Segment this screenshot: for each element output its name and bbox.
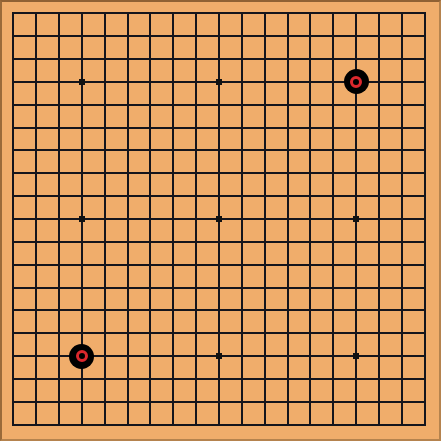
- intersection-h6[interactable]: [162, 299, 185, 322]
- intersection-n12[interactable]: [276, 162, 299, 185]
- intersection-p12[interactable]: [322, 162, 345, 185]
- intersection-q2[interactable]: [345, 390, 368, 413]
- intersection-g7[interactable]: [139, 276, 162, 299]
- intersection-t19[interactable]: [413, 2, 436, 25]
- intersection-b3[interactable]: [25, 367, 48, 390]
- intersection-n9[interactable]: [276, 230, 299, 253]
- intersection-o19[interactable]: [299, 2, 322, 25]
- intersection-k12[interactable]: [208, 162, 231, 185]
- intersection-n17[interactable]: [276, 48, 299, 71]
- intersection-q18[interactable]: [345, 25, 368, 48]
- intersection-t8[interactable]: [413, 253, 436, 276]
- intersection-j1[interactable]: [185, 413, 208, 436]
- intersection-p16[interactable]: [322, 71, 345, 94]
- intersection-p8[interactable]: [322, 253, 345, 276]
- intersection-g18[interactable]: [139, 25, 162, 48]
- intersection-a1[interactable]: [2, 413, 25, 436]
- intersection-r2[interactable]: [367, 390, 390, 413]
- intersection-p4[interactable]: [322, 345, 345, 368]
- intersection-g8[interactable]: [139, 253, 162, 276]
- intersection-s4[interactable]: [390, 345, 413, 368]
- intersection-p9[interactable]: [322, 230, 345, 253]
- intersection-p1[interactable]: [322, 413, 345, 436]
- intersection-a13[interactable]: [2, 139, 25, 162]
- intersection-f10[interactable]: [116, 208, 139, 231]
- intersection-d3[interactable]: [71, 367, 94, 390]
- intersection-k19[interactable]: [208, 2, 231, 25]
- intersection-j11[interactable]: [185, 185, 208, 208]
- intersection-p13[interactable]: [322, 139, 345, 162]
- intersection-s14[interactable]: [390, 116, 413, 139]
- intersection-l19[interactable]: [230, 2, 253, 25]
- intersection-l10[interactable]: [230, 208, 253, 231]
- intersection-r9[interactable]: [367, 230, 390, 253]
- intersection-l7[interactable]: [230, 276, 253, 299]
- intersection-j3[interactable]: [185, 367, 208, 390]
- intersection-l13[interactable]: [230, 139, 253, 162]
- intersection-t14[interactable]: [413, 116, 436, 139]
- intersection-j5[interactable]: [185, 322, 208, 345]
- intersection-a6[interactable]: [2, 299, 25, 322]
- intersection-d8[interactable]: [71, 253, 94, 276]
- intersection-j18[interactable]: [185, 25, 208, 48]
- intersection-k13[interactable]: [208, 139, 231, 162]
- intersection-j6[interactable]: [185, 299, 208, 322]
- intersection-k3[interactable]: [208, 367, 231, 390]
- intersection-g5[interactable]: [139, 322, 162, 345]
- intersection-d17[interactable]: [71, 48, 94, 71]
- intersection-d9[interactable]: [71, 230, 94, 253]
- intersection-f9[interactable]: [116, 230, 139, 253]
- intersection-m3[interactable]: [253, 367, 276, 390]
- intersection-m16[interactable]: [253, 71, 276, 94]
- intersection-a16[interactable]: [2, 71, 25, 94]
- intersection-r15[interactable]: [367, 93, 390, 116]
- intersection-c14[interactable]: [48, 116, 71, 139]
- intersection-l2[interactable]: [230, 390, 253, 413]
- intersection-m2[interactable]: [253, 390, 276, 413]
- intersection-m10[interactable]: [253, 208, 276, 231]
- intersection-f6[interactable]: [116, 299, 139, 322]
- intersection-p17[interactable]: [322, 48, 345, 71]
- intersection-h2[interactable]: [162, 390, 185, 413]
- intersection-f2[interactable]: [116, 390, 139, 413]
- intersection-a11[interactable]: [2, 185, 25, 208]
- intersection-o4[interactable]: [299, 345, 322, 368]
- intersection-g13[interactable]: [139, 139, 162, 162]
- intersection-r8[interactable]: [367, 253, 390, 276]
- intersection-q16[interactable]: ●: [345, 71, 368, 94]
- intersection-k11[interactable]: [208, 185, 231, 208]
- intersection-o9[interactable]: [299, 230, 322, 253]
- intersection-s16[interactable]: [390, 71, 413, 94]
- intersection-b6[interactable]: [25, 299, 48, 322]
- intersection-s3[interactable]: [390, 367, 413, 390]
- intersection-s17[interactable]: [390, 48, 413, 71]
- intersection-k4[interactable]: [208, 345, 231, 368]
- intersection-g12[interactable]: [139, 162, 162, 185]
- intersection-c13[interactable]: [48, 139, 71, 162]
- intersection-e14[interactable]: [93, 116, 116, 139]
- intersection-d1[interactable]: [71, 413, 94, 436]
- intersection-g16[interactable]: [139, 71, 162, 94]
- intersection-h17[interactable]: [162, 48, 185, 71]
- intersection-h16[interactable]: [162, 71, 185, 94]
- intersection-b17[interactable]: [25, 48, 48, 71]
- intersection-p7[interactable]: [322, 276, 345, 299]
- intersection-l9[interactable]: [230, 230, 253, 253]
- intersection-e13[interactable]: [93, 139, 116, 162]
- intersection-c3[interactable]: [48, 367, 71, 390]
- intersection-n4[interactable]: [276, 345, 299, 368]
- intersection-o7[interactable]: [299, 276, 322, 299]
- intersection-d19[interactable]: [71, 2, 94, 25]
- intersection-n6[interactable]: [276, 299, 299, 322]
- intersection-n10[interactable]: [276, 208, 299, 231]
- intersection-c18[interactable]: [48, 25, 71, 48]
- intersection-f15[interactable]: [116, 93, 139, 116]
- intersection-a18[interactable]: [2, 25, 25, 48]
- intersection-l8[interactable]: [230, 253, 253, 276]
- intersection-o2[interactable]: [299, 390, 322, 413]
- intersection-l12[interactable]: [230, 162, 253, 185]
- intersection-n18[interactable]: [276, 25, 299, 48]
- intersection-s13[interactable]: [390, 139, 413, 162]
- intersection-d7[interactable]: [71, 276, 94, 299]
- intersection-k10[interactable]: [208, 208, 231, 231]
- intersection-n11[interactable]: [276, 185, 299, 208]
- intersection-a9[interactable]: [2, 230, 25, 253]
- intersection-c9[interactable]: [48, 230, 71, 253]
- intersection-h7[interactable]: [162, 276, 185, 299]
- intersection-e17[interactable]: [93, 48, 116, 71]
- intersection-m14[interactable]: [253, 116, 276, 139]
- intersection-l16[interactable]: [230, 71, 253, 94]
- intersection-k18[interactable]: [208, 25, 231, 48]
- intersection-j13[interactable]: [185, 139, 208, 162]
- intersection-q14[interactable]: [345, 116, 368, 139]
- intersection-h4[interactable]: [162, 345, 185, 368]
- intersection-b14[interactable]: [25, 116, 48, 139]
- intersection-r7[interactable]: [367, 276, 390, 299]
- intersection-o13[interactable]: [299, 139, 322, 162]
- intersection-q4[interactable]: [345, 345, 368, 368]
- intersection-d6[interactable]: [71, 299, 94, 322]
- intersection-e3[interactable]: [93, 367, 116, 390]
- intersection-t17[interactable]: [413, 48, 436, 71]
- intersection-t12[interactable]: [413, 162, 436, 185]
- intersection-h5[interactable]: [162, 322, 185, 345]
- intersection-e18[interactable]: [93, 25, 116, 48]
- intersection-m9[interactable]: [253, 230, 276, 253]
- intersection-t3[interactable]: [413, 367, 436, 390]
- intersection-r11[interactable]: [367, 185, 390, 208]
- intersection-c10[interactable]: [48, 208, 71, 231]
- intersection-f1[interactable]: [116, 413, 139, 436]
- intersection-o8[interactable]: [299, 253, 322, 276]
- intersection-l1[interactable]: [230, 413, 253, 436]
- intersection-e11[interactable]: [93, 185, 116, 208]
- intersection-a5[interactable]: [2, 322, 25, 345]
- intersection-q5[interactable]: [345, 322, 368, 345]
- intersection-e4[interactable]: [93, 345, 116, 368]
- intersection-s2[interactable]: [390, 390, 413, 413]
- intersection-o3[interactable]: [299, 367, 322, 390]
- intersection-s15[interactable]: [390, 93, 413, 116]
- intersection-o11[interactable]: [299, 185, 322, 208]
- intersection-t13[interactable]: [413, 139, 436, 162]
- intersection-b1[interactable]: [25, 413, 48, 436]
- intersection-p10[interactable]: [322, 208, 345, 231]
- intersection-d18[interactable]: [71, 25, 94, 48]
- intersection-t5[interactable]: [413, 322, 436, 345]
- intersection-b5[interactable]: [25, 322, 48, 345]
- intersection-d16[interactable]: [71, 71, 94, 94]
- intersection-o10[interactable]: [299, 208, 322, 231]
- intersection-l11[interactable]: [230, 185, 253, 208]
- intersection-o5[interactable]: [299, 322, 322, 345]
- intersection-f7[interactable]: [116, 276, 139, 299]
- intersection-e5[interactable]: [93, 322, 116, 345]
- intersection-o18[interactable]: [299, 25, 322, 48]
- intersection-j7[interactable]: [185, 276, 208, 299]
- intersection-q9[interactable]: [345, 230, 368, 253]
- intersection-b13[interactable]: [25, 139, 48, 162]
- intersection-o6[interactable]: [299, 299, 322, 322]
- intersection-g3[interactable]: [139, 367, 162, 390]
- intersection-h15[interactable]: [162, 93, 185, 116]
- intersection-k5[interactable]: [208, 322, 231, 345]
- intersection-m15[interactable]: [253, 93, 276, 116]
- intersection-f18[interactable]: [116, 25, 139, 48]
- intersection-b10[interactable]: [25, 208, 48, 231]
- intersection-h10[interactable]: [162, 208, 185, 231]
- intersection-d5[interactable]: [71, 322, 94, 345]
- intersection-j9[interactable]: [185, 230, 208, 253]
- intersection-m12[interactable]: [253, 162, 276, 185]
- intersection-c1[interactable]: [48, 413, 71, 436]
- intersection-h13[interactable]: [162, 139, 185, 162]
- intersection-g11[interactable]: [139, 185, 162, 208]
- intersection-m6[interactable]: [253, 299, 276, 322]
- intersection-r6[interactable]: [367, 299, 390, 322]
- intersection-q11[interactable]: [345, 185, 368, 208]
- intersection-g4[interactable]: [139, 345, 162, 368]
- intersection-a14[interactable]: [2, 116, 25, 139]
- intersection-c15[interactable]: [48, 93, 71, 116]
- intersection-r12[interactable]: [367, 162, 390, 185]
- intersection-r5[interactable]: [367, 322, 390, 345]
- intersection-n15[interactable]: [276, 93, 299, 116]
- intersection-m4[interactable]: [253, 345, 276, 368]
- intersection-j19[interactable]: [185, 2, 208, 25]
- intersection-k14[interactable]: [208, 116, 231, 139]
- intersection-r10[interactable]: [367, 208, 390, 231]
- intersection-s12[interactable]: [390, 162, 413, 185]
- intersection-j4[interactable]: [185, 345, 208, 368]
- intersection-o12[interactable]: [299, 162, 322, 185]
- intersection-p2[interactable]: [322, 390, 345, 413]
- intersection-t16[interactable]: [413, 71, 436, 94]
- intersection-t15[interactable]: [413, 93, 436, 116]
- intersection-s1[interactable]: [390, 413, 413, 436]
- intersection-l6[interactable]: [230, 299, 253, 322]
- intersection-c16[interactable]: [48, 71, 71, 94]
- intersection-f4[interactable]: [116, 345, 139, 368]
- intersection-n19[interactable]: [276, 2, 299, 25]
- intersection-f16[interactable]: [116, 71, 139, 94]
- intersection-c19[interactable]: [48, 2, 71, 25]
- intersection-q17[interactable]: [345, 48, 368, 71]
- intersection-o15[interactable]: [299, 93, 322, 116]
- intersection-s7[interactable]: [390, 276, 413, 299]
- intersection-f5[interactable]: [116, 322, 139, 345]
- intersection-d13[interactable]: [71, 139, 94, 162]
- intersection-r1[interactable]: [367, 413, 390, 436]
- intersection-f19[interactable]: [116, 2, 139, 25]
- intersection-e2[interactable]: [93, 390, 116, 413]
- intersection-f14[interactable]: [116, 116, 139, 139]
- intersection-b4[interactable]: [25, 345, 48, 368]
- intersection-p6[interactable]: [322, 299, 345, 322]
- intersection-c7[interactable]: [48, 276, 71, 299]
- intersection-m5[interactable]: [253, 322, 276, 345]
- intersection-t2[interactable]: [413, 390, 436, 413]
- intersection-g10[interactable]: [139, 208, 162, 231]
- intersection-j10[interactable]: [185, 208, 208, 231]
- intersection-b8[interactable]: [25, 253, 48, 276]
- intersection-p3[interactable]: [322, 367, 345, 390]
- intersection-d15[interactable]: [71, 93, 94, 116]
- intersection-l5[interactable]: [230, 322, 253, 345]
- intersection-r4[interactable]: [367, 345, 390, 368]
- intersection-b7[interactable]: [25, 276, 48, 299]
- intersection-s8[interactable]: [390, 253, 413, 276]
- intersection-k7[interactable]: [208, 276, 231, 299]
- intersection-o1[interactable]: [299, 413, 322, 436]
- intersection-r17[interactable]: [367, 48, 390, 71]
- intersection-m17[interactable]: [253, 48, 276, 71]
- intersection-h1[interactable]: [162, 413, 185, 436]
- intersection-p11[interactable]: [322, 185, 345, 208]
- intersection-s11[interactable]: [390, 185, 413, 208]
- intersection-n5[interactable]: [276, 322, 299, 345]
- intersection-e6[interactable]: [93, 299, 116, 322]
- intersection-f17[interactable]: [116, 48, 139, 71]
- intersection-c6[interactable]: [48, 299, 71, 322]
- intersection-q15[interactable]: [345, 93, 368, 116]
- intersection-r13[interactable]: [367, 139, 390, 162]
- intersection-s5[interactable]: [390, 322, 413, 345]
- intersection-k8[interactable]: [208, 253, 231, 276]
- intersection-m19[interactable]: [253, 2, 276, 25]
- intersection-e16[interactable]: [93, 71, 116, 94]
- intersection-d14[interactable]: [71, 116, 94, 139]
- intersection-m13[interactable]: [253, 139, 276, 162]
- intersection-f12[interactable]: [116, 162, 139, 185]
- intersection-b12[interactable]: [25, 162, 48, 185]
- intersection-c8[interactable]: [48, 253, 71, 276]
- intersection-s6[interactable]: [390, 299, 413, 322]
- intersection-g17[interactable]: [139, 48, 162, 71]
- intersection-f3[interactable]: [116, 367, 139, 390]
- intersection-j16[interactable]: [185, 71, 208, 94]
- intersection-c4[interactable]: [48, 345, 71, 368]
- intersection-j17[interactable]: [185, 48, 208, 71]
- intersection-c5[interactable]: [48, 322, 71, 345]
- intersection-r3[interactable]: [367, 367, 390, 390]
- intersection-t7[interactable]: [413, 276, 436, 299]
- intersection-s10[interactable]: [390, 208, 413, 231]
- intersection-b15[interactable]: [25, 93, 48, 116]
- intersection-m7[interactable]: [253, 276, 276, 299]
- intersection-h18[interactable]: [162, 25, 185, 48]
- intersection-k6[interactable]: [208, 299, 231, 322]
- intersection-m1[interactable]: [253, 413, 276, 436]
- intersection-a7[interactable]: [2, 276, 25, 299]
- intersection-c12[interactable]: [48, 162, 71, 185]
- intersection-f8[interactable]: [116, 253, 139, 276]
- intersection-j15[interactable]: [185, 93, 208, 116]
- intersection-q6[interactable]: [345, 299, 368, 322]
- intersection-p19[interactable]: [322, 2, 345, 25]
- intersection-o17[interactable]: [299, 48, 322, 71]
- intersection-p5[interactable]: [322, 322, 345, 345]
- intersection-p14[interactable]: [322, 116, 345, 139]
- intersection-s9[interactable]: [390, 230, 413, 253]
- intersection-d4[interactable]: ●: [71, 345, 94, 368]
- intersection-g1[interactable]: [139, 413, 162, 436]
- intersection-c17[interactable]: [48, 48, 71, 71]
- intersection-q12[interactable]: [345, 162, 368, 185]
- intersection-e10[interactable]: [93, 208, 116, 231]
- intersection-g9[interactable]: [139, 230, 162, 253]
- intersection-h11[interactable]: [162, 185, 185, 208]
- intersection-l4[interactable]: [230, 345, 253, 368]
- intersection-a4[interactable]: [2, 345, 25, 368]
- intersection-k15[interactable]: [208, 93, 231, 116]
- intersection-h14[interactable]: [162, 116, 185, 139]
- intersection-r16[interactable]: [367, 71, 390, 94]
- intersection-d12[interactable]: [71, 162, 94, 185]
- intersection-k17[interactable]: [208, 48, 231, 71]
- intersection-d10[interactable]: [71, 208, 94, 231]
- intersection-n13[interactable]: [276, 139, 299, 162]
- intersection-j14[interactable]: [185, 116, 208, 139]
- intersection-b11[interactable]: [25, 185, 48, 208]
- intersection-e15[interactable]: [93, 93, 116, 116]
- intersection-a15[interactable]: [2, 93, 25, 116]
- intersection-b9[interactable]: [25, 230, 48, 253]
- intersection-q3[interactable]: [345, 367, 368, 390]
- intersection-r18[interactable]: [367, 25, 390, 48]
- intersection-c2[interactable]: [48, 390, 71, 413]
- intersection-n16[interactable]: [276, 71, 299, 94]
- intersection-c11[interactable]: [48, 185, 71, 208]
- intersection-p15[interactable]: [322, 93, 345, 116]
- intersection-q8[interactable]: [345, 253, 368, 276]
- intersection-n3[interactable]: [276, 367, 299, 390]
- intersection-l17[interactable]: [230, 48, 253, 71]
- intersection-h12[interactable]: [162, 162, 185, 185]
- intersection-a10[interactable]: [2, 208, 25, 231]
- intersection-h8[interactable]: [162, 253, 185, 276]
- intersection-t11[interactable]: [413, 185, 436, 208]
- intersection-g19[interactable]: [139, 2, 162, 25]
- intersection-q10[interactable]: [345, 208, 368, 231]
- intersection-j8[interactable]: [185, 253, 208, 276]
- intersection-b19[interactable]: [25, 2, 48, 25]
